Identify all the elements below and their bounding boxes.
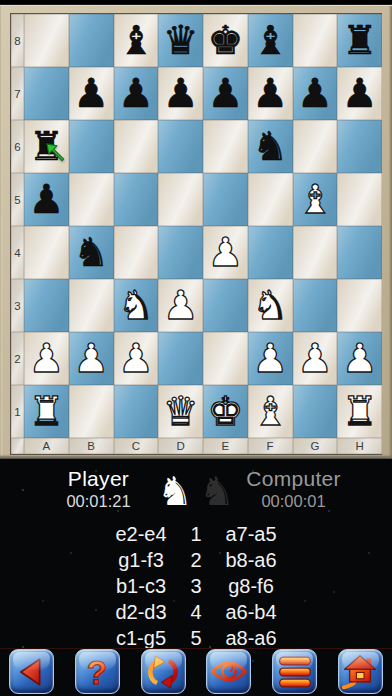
menu-bars-icon (277, 654, 313, 690)
piece-bP: ♟ (73, 67, 109, 120)
player-black-block: Computer 00:00:01 (241, 467, 346, 511)
piece-bP: ♟ (342, 67, 378, 120)
white-knight-icon: ♞ (157, 467, 193, 515)
square-g4[interactable] (293, 226, 338, 279)
square-e4[interactable]: ♟ (203, 226, 248, 279)
toolbar: ? (0, 648, 392, 696)
square-e7[interactable]: ♟ (203, 67, 248, 120)
square-h7[interactable]: ♟ (337, 67, 382, 120)
board-frame: 8♝♛♚♝♜7♟♟♟♟♟♟♟6♜♞5♟♝4♞♟3♞♟♞2♟♟♟♟♟♟1♜♛♚♝♜… (0, 4, 392, 458)
square-c8[interactable]: ♝ (114, 14, 159, 67)
player-white-name: Player (68, 467, 129, 491)
hint-button[interactable] (206, 649, 251, 694)
square-a5[interactable]: ♟ (24, 173, 69, 226)
piece-bB: ♝ (252, 14, 288, 67)
piece-bP: ♟ (118, 67, 154, 120)
square-e2[interactable] (203, 332, 248, 385)
piece-bP: ♟ (252, 67, 288, 120)
white-move: b1-c3 (108, 575, 174, 598)
black-move: a7-a5 (218, 523, 284, 546)
file-label-a: A (24, 438, 69, 454)
eye-icon (210, 658, 248, 685)
piece-wN: ♞ (118, 279, 154, 332)
last-move-arrow-icon (44, 141, 67, 164)
piece-bN: ♞ (73, 226, 109, 279)
square-h3[interactable] (337, 279, 382, 332)
player-black-name: Computer (246, 467, 341, 491)
rank-label-3: 3 (11, 279, 24, 332)
player-white-block: Player 00:01:21 (46, 467, 151, 511)
back-icon (15, 655, 49, 689)
info-panel: Player 00:01:21 ♞ ♞ Computer 00:00:01 e2… (0, 458, 392, 648)
menu-button[interactable] (272, 649, 317, 694)
square-a4[interactable] (24, 226, 69, 279)
rank-label-5: 5 (11, 173, 24, 226)
piece-wP: ♟ (207, 226, 243, 279)
square-b5[interactable] (69, 173, 114, 226)
rank-label-4: 4 (11, 226, 24, 279)
white-move: c1-g5 (108, 627, 174, 650)
square-f6[interactable]: ♞ (248, 120, 293, 173)
piece-bP: ♟ (28, 173, 64, 226)
piece-bN: ♞ (252, 120, 288, 173)
square-e6[interactable] (203, 120, 248, 173)
square-c2[interactable]: ♟ (114, 332, 159, 385)
black-move: g8-f6 (218, 575, 284, 598)
file-label-c: C (114, 438, 159, 454)
rank-label-6: 6 (11, 120, 24, 173)
move-list: e2-e41a7-a5g1-f32b8-a6b1-c33g8-f6d2-d34a… (0, 521, 392, 651)
square-h8[interactable]: ♜ (337, 14, 382, 67)
black-move: a8-a6 (218, 627, 284, 650)
move-number: 3 (174, 575, 218, 598)
square-c6[interactable] (114, 120, 159, 173)
square-h5[interactable] (337, 173, 382, 226)
piece-wP: ♟ (252, 332, 288, 385)
piece-wK: ♚ (207, 385, 243, 438)
square-b7[interactable]: ♟ (69, 67, 114, 120)
piece-wP: ♟ (342, 332, 378, 385)
piece-bP: ♟ (297, 67, 333, 120)
move-number: 2 (174, 549, 218, 572)
square-g5[interactable]: ♝ (293, 173, 338, 226)
piece-wB: ♝ (252, 385, 288, 438)
square-c7[interactable]: ♟ (114, 67, 159, 120)
square-b2[interactable]: ♟ (69, 332, 114, 385)
back-button[interactable] (9, 649, 54, 694)
player-black-clock: 00:00:01 (261, 492, 325, 511)
square-e5[interactable] (203, 173, 248, 226)
rotate-arrows-icon (146, 655, 180, 689)
black-move: b8-a6 (218, 549, 284, 572)
square-f7[interactable]: ♟ (248, 67, 293, 120)
piece-wP: ♟ (297, 332, 333, 385)
square-d7[interactable]: ♟ (158, 67, 203, 120)
file-label-h: H (337, 438, 382, 454)
board-corner (11, 438, 24, 454)
piece-bB: ♝ (118, 14, 154, 67)
square-f4[interactable] (248, 226, 293, 279)
square-g1[interactable] (293, 385, 338, 438)
square-f8[interactable]: ♝ (248, 14, 293, 67)
rank-label-2: 2 (11, 332, 24, 385)
black-move: a6-b4 (218, 601, 284, 624)
piece-bP: ♟ (207, 67, 243, 120)
piece-bK: ♚ (207, 14, 243, 67)
piece-wR: ♜ (342, 385, 378, 438)
piece-wP: ♟ (118, 332, 154, 385)
square-h1[interactable]: ♜ (337, 385, 382, 438)
move-row-4: d2-d34a6-b4 (108, 599, 284, 625)
square-f2[interactable]: ♟ (248, 332, 293, 385)
square-a2[interactable]: ♟ (24, 332, 69, 385)
file-label-b: B (69, 438, 114, 454)
square-a7[interactable] (24, 67, 69, 120)
home-icon (342, 654, 378, 690)
square-c1[interactable] (114, 385, 159, 438)
white-move: e2-e4 (108, 523, 174, 546)
players-header: Player 00:01:21 ♞ ♞ Computer 00:00:01 (0, 467, 392, 519)
square-b6[interactable] (69, 120, 114, 173)
square-g6[interactable] (293, 120, 338, 173)
file-label-e: E (203, 438, 248, 454)
square-h4[interactable] (337, 226, 382, 279)
square-b4[interactable]: ♞ (69, 226, 114, 279)
square-g8[interactable] (293, 14, 338, 67)
square-h2[interactable]: ♟ (337, 332, 382, 385)
square-g2[interactable]: ♟ (293, 332, 338, 385)
rotate-button[interactable] (141, 649, 186, 694)
square-e1[interactable]: ♚ (203, 385, 248, 438)
player-white-clock: 00:01:21 (66, 492, 130, 511)
piece-wP: ♟ (163, 279, 199, 332)
piece-wQ: ♛ (163, 385, 199, 438)
piece-bP: ♟ (163, 67, 199, 120)
square-e8[interactable]: ♚ (203, 14, 248, 67)
square-c4[interactable] (114, 226, 159, 279)
help-button[interactable]: ? (75, 649, 120, 694)
file-label-g: G (293, 438, 338, 454)
move-number: 4 (174, 601, 218, 624)
square-e3[interactable] (203, 279, 248, 332)
piece-wP: ♟ (73, 332, 109, 385)
square-b1[interactable] (69, 385, 114, 438)
square-d8[interactable]: ♛ (158, 14, 203, 67)
piece-wR: ♜ (28, 385, 64, 438)
black-knight-icon: ♞ (199, 467, 235, 515)
square-d4[interactable] (158, 226, 203, 279)
square-a3[interactable] (24, 279, 69, 332)
app-screen: 8♝♛♚♝♜7♟♟♟♟♟♟♟6♜♞5♟♝4♞♟3♞♟♞2♟♟♟♟♟♟1♜♛♚♝♜… (0, 0, 392, 696)
square-d1[interactable]: ♛ (158, 385, 203, 438)
move-row-3: b1-c33g8-f6 (108, 573, 284, 599)
move-row-2: g1-f32b8-a6 (108, 547, 284, 573)
square-d6[interactable] (158, 120, 203, 173)
piece-bR: ♜ (342, 14, 378, 67)
square-g3[interactable] (293, 279, 338, 332)
question-icon: ? (79, 654, 115, 690)
square-f1[interactable]: ♝ (248, 385, 293, 438)
file-label-f: F (248, 438, 293, 454)
square-b8[interactable] (69, 14, 114, 67)
piece-wP: ♟ (28, 332, 64, 385)
rank-label-1: 1 (11, 385, 24, 438)
white-move: d2-d3 (108, 601, 174, 624)
square-a8[interactable] (24, 14, 69, 67)
square-d3[interactable]: ♟ (158, 279, 203, 332)
piece-wB: ♝ (297, 173, 333, 226)
svg-text:?: ? (87, 654, 107, 690)
white-move: g1-f3 (108, 549, 174, 572)
rank-label-8: 8 (11, 14, 24, 67)
square-f3[interactable]: ♞ (248, 279, 293, 332)
home-button[interactable] (338, 649, 383, 694)
square-c5[interactable] (114, 173, 159, 226)
move-row-1: e2-e41a7-a5 (108, 521, 284, 547)
chess-board: 8♝♛♚♝♜7♟♟♟♟♟♟♟6♜♞5♟♝4♞♟3♞♟♞2♟♟♟♟♟♟1♜♛♚♝♜… (10, 13, 382, 455)
square-c3[interactable]: ♞ (114, 279, 159, 332)
file-label-d: D (158, 438, 203, 454)
piece-wN: ♞ (252, 279, 288, 332)
square-h6[interactable] (337, 120, 382, 173)
square-f5[interactable] (248, 173, 293, 226)
move-number: 5 (174, 627, 218, 650)
move-number: 1 (174, 523, 218, 546)
square-d2[interactable] (158, 332, 203, 385)
square-a1[interactable]: ♜ (24, 385, 69, 438)
square-a6[interactable]: ♜ (24, 120, 69, 173)
rank-label-7: 7 (11, 67, 24, 120)
piece-bQ: ♛ (163, 14, 199, 67)
square-b3[interactable] (69, 279, 114, 332)
square-d5[interactable] (158, 173, 203, 226)
square-g7[interactable]: ♟ (293, 67, 338, 120)
